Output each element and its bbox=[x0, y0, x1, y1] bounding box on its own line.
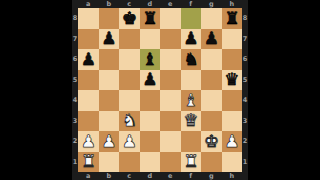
square-g2[interactable]: ♚ bbox=[201, 131, 222, 152]
square-c8[interactable]: ♚ bbox=[119, 8, 140, 29]
square-b1[interactable] bbox=[99, 152, 120, 173]
square-a5[interactable] bbox=[78, 70, 99, 91]
square-g5[interactable] bbox=[201, 70, 222, 91]
coordinate-label-rank-2-right: 2 bbox=[242, 131, 248, 152]
square-a3[interactable] bbox=[78, 111, 99, 132]
coordinate-label-file-h-top: h bbox=[222, 0, 243, 8]
square-b4[interactable] bbox=[99, 90, 120, 111]
square-c5[interactable] bbox=[119, 70, 140, 91]
square-a8[interactable] bbox=[78, 8, 99, 29]
coordinate-label-file-c-top: c bbox=[119, 0, 140, 8]
square-e4[interactable] bbox=[160, 90, 181, 111]
square-c6[interactable] bbox=[119, 49, 140, 70]
square-c4[interactable] bbox=[119, 90, 140, 111]
square-f2[interactable] bbox=[181, 131, 202, 152]
square-g1[interactable] bbox=[201, 152, 222, 173]
square-c7[interactable] bbox=[119, 29, 140, 50]
square-g8[interactable] bbox=[201, 8, 222, 29]
coordinate-label-file-b-top: b bbox=[99, 0, 120, 8]
square-d3[interactable] bbox=[140, 111, 161, 132]
piece-black-bishop[interactable]: ♝ bbox=[142, 50, 157, 67]
square-c1[interactable] bbox=[119, 152, 140, 173]
piece-black-pawn[interactable]: ♟ bbox=[101, 30, 116, 47]
piece-white-rook[interactable]: ♜ bbox=[81, 153, 96, 170]
square-h3[interactable] bbox=[222, 111, 243, 132]
square-h2[interactable]: ♟ bbox=[222, 131, 243, 152]
square-a1[interactable]: ♜ bbox=[78, 152, 99, 173]
piece-white-knight[interactable]: ♞ bbox=[122, 112, 137, 129]
coordinate-label-file-a-top: a bbox=[78, 0, 99, 8]
piece-black-knight[interactable]: ♞ bbox=[183, 50, 198, 67]
page-background: abcdefgh8♚♜♜87♟♟♟76♟♝♞65♟♛54♝43♞♛32♟♟♟♚♟… bbox=[0, 0, 320, 180]
coordinate-label-file-g-top: g bbox=[201, 0, 222, 8]
square-f4[interactable]: ♝ bbox=[181, 90, 202, 111]
square-f8[interactable] bbox=[181, 8, 202, 29]
piece-black-queen[interactable]: ♛ bbox=[224, 71, 239, 88]
square-d4[interactable] bbox=[140, 90, 161, 111]
square-d7[interactable] bbox=[140, 29, 161, 50]
square-b7[interactable]: ♟ bbox=[99, 29, 120, 50]
frame-corner bbox=[242, 172, 248, 180]
square-g3[interactable] bbox=[201, 111, 222, 132]
square-f5[interactable] bbox=[181, 70, 202, 91]
square-c3[interactable]: ♞ bbox=[119, 111, 140, 132]
coordinate-label-file-e-top: e bbox=[160, 0, 181, 8]
square-a7[interactable] bbox=[78, 29, 99, 50]
square-d5[interactable]: ♟ bbox=[140, 70, 161, 91]
square-e3[interactable] bbox=[160, 111, 181, 132]
piece-black-king[interactable]: ♚ bbox=[122, 9, 137, 26]
piece-black-rook[interactable]: ♜ bbox=[224, 9, 239, 26]
square-a4[interactable] bbox=[78, 90, 99, 111]
square-b3[interactable] bbox=[99, 111, 120, 132]
coordinate-label-rank-7-right: 7 bbox=[242, 29, 248, 50]
piece-white-bishop[interactable]: ♝ bbox=[183, 91, 198, 108]
square-d2[interactable] bbox=[140, 131, 161, 152]
coordinate-label-rank-8-right: 8 bbox=[242, 8, 248, 29]
square-b2[interactable]: ♟ bbox=[99, 131, 120, 152]
square-b5[interactable] bbox=[99, 70, 120, 91]
square-h1[interactable] bbox=[222, 152, 243, 173]
piece-black-rook[interactable]: ♜ bbox=[142, 9, 157, 26]
coordinate-label-file-b-bottom: b bbox=[99, 172, 120, 180]
square-d8[interactable]: ♜ bbox=[140, 8, 161, 29]
coordinate-label-file-a-bottom: a bbox=[78, 172, 99, 180]
square-h5[interactable]: ♛ bbox=[222, 70, 243, 91]
piece-black-pawn[interactable]: ♟ bbox=[81, 50, 96, 67]
coordinate-label-file-e-bottom: e bbox=[160, 172, 181, 180]
coordinate-label-rank-5-right: 5 bbox=[242, 70, 248, 91]
piece-white-pawn[interactable]: ♟ bbox=[81, 132, 96, 149]
square-e1[interactable] bbox=[160, 152, 181, 173]
piece-black-pawn[interactable]: ♟ bbox=[183, 30, 198, 47]
coordinate-label-file-d-bottom: d bbox=[140, 172, 161, 180]
piece-white-pawn[interactable]: ♟ bbox=[224, 132, 239, 149]
piece-white-king[interactable]: ♚ bbox=[204, 132, 219, 149]
piece-black-pawn[interactable]: ♟ bbox=[142, 71, 157, 88]
square-f6[interactable]: ♞ bbox=[181, 49, 202, 70]
chess-board: abcdefgh8♚♜♜87♟♟♟76♟♝♞65♟♛54♝43♞♛32♟♟♟♚♟… bbox=[72, 0, 248, 180]
coordinate-label-file-c-bottom: c bbox=[119, 172, 140, 180]
piece-white-rook[interactable]: ♜ bbox=[183, 153, 198, 170]
coordinate-label-rank-4-right: 4 bbox=[242, 90, 248, 111]
square-g7[interactable]: ♟ bbox=[201, 29, 222, 50]
square-e2[interactable] bbox=[160, 131, 181, 152]
square-d6[interactable]: ♝ bbox=[140, 49, 161, 70]
square-h4[interactable] bbox=[222, 90, 243, 111]
square-a2[interactable]: ♟ bbox=[78, 131, 99, 152]
square-g4[interactable] bbox=[201, 90, 222, 111]
square-h7[interactable] bbox=[222, 29, 243, 50]
frame-corner bbox=[242, 0, 248, 8]
coordinate-label-rank-6-right: 6 bbox=[242, 49, 248, 70]
square-b6[interactable] bbox=[99, 49, 120, 70]
square-h8[interactable]: ♜ bbox=[222, 8, 243, 29]
piece-white-pawn[interactable]: ♟ bbox=[101, 132, 116, 149]
piece-white-queen[interactable]: ♛ bbox=[183, 112, 198, 129]
piece-white-pawn[interactable]: ♟ bbox=[122, 132, 137, 149]
coordinate-label-rank-1-right: 1 bbox=[242, 152, 248, 173]
square-c2[interactable]: ♟ bbox=[119, 131, 140, 152]
coordinate-label-file-h-bottom: h bbox=[222, 172, 243, 180]
coordinate-label-rank-3-right: 3 bbox=[242, 111, 248, 132]
coordinate-label-file-f-top: f bbox=[181, 0, 202, 8]
piece-black-pawn[interactable]: ♟ bbox=[204, 30, 219, 47]
square-h6[interactable] bbox=[222, 49, 243, 70]
square-a6[interactable]: ♟ bbox=[78, 49, 99, 70]
square-d1[interactable] bbox=[140, 152, 161, 173]
square-f1[interactable]: ♜ bbox=[181, 152, 202, 173]
square-b8[interactable] bbox=[99, 8, 120, 29]
square-e5[interactable] bbox=[160, 70, 181, 91]
square-e8[interactable] bbox=[160, 8, 181, 29]
coordinate-label-file-f-bottom: f bbox=[181, 172, 202, 180]
square-f3[interactable]: ♛ bbox=[181, 111, 202, 132]
coordinate-label-file-g-bottom: g bbox=[201, 172, 222, 180]
square-f7[interactable]: ♟ bbox=[181, 29, 202, 50]
coordinate-label-file-d-top: d bbox=[140, 0, 161, 8]
square-e6[interactable] bbox=[160, 49, 181, 70]
square-e7[interactable] bbox=[160, 29, 181, 50]
square-g6[interactable] bbox=[201, 49, 222, 70]
